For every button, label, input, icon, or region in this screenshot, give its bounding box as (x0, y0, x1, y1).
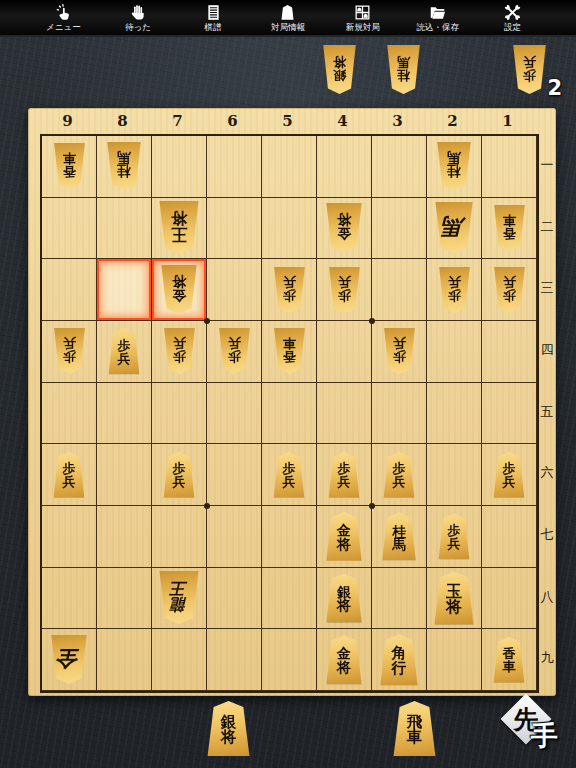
square-9-6[interactable]: 歩兵 (42, 444, 97, 506)
square-9-5[interactable] (42, 383, 97, 445)
square-7-1[interactable] (152, 136, 207, 198)
piece-kanji: 将 (172, 274, 186, 288)
square-7-2[interactable]: 王将 (152, 198, 207, 260)
piece-kanji: 将 (446, 599, 462, 615)
square-5-4[interactable]: 香車 (262, 321, 317, 383)
square-8-3[interactable] (97, 259, 152, 321)
turn-badge-char-2: 手 (531, 718, 558, 754)
star-point (369, 503, 375, 509)
piece-kanji: 車 (503, 214, 516, 227)
toolbar-item-load-save-folder[interactable]: 読込・保存 (408, 3, 468, 32)
lance-piece-gote[interactable]: 香車 (273, 328, 306, 374)
rank-label-2: 二 (538, 196, 556, 258)
piece-kanji: 兵 (283, 275, 296, 288)
square-5-5[interactable] (262, 383, 317, 445)
square-6-2[interactable] (207, 198, 262, 260)
square-8-9[interactable] (97, 629, 152, 691)
piece-kanji: 兵 (173, 476, 186, 489)
load-save-folder-icon (428, 3, 447, 22)
piece-kanji: 馬 (392, 538, 406, 551)
square-8-1[interactable]: 桂馬 (97, 136, 152, 198)
toolbar-item-undo-hand[interactable]: 待った (108, 3, 168, 32)
toolbar-item-new-game-board[interactable]: 新規対局 (333, 3, 393, 32)
square-6-4[interactable]: 歩兵 (207, 321, 262, 383)
piece-kanji: 兵 (393, 476, 406, 489)
file-label-9: 9 (40, 109, 95, 133)
square-9-1[interactable]: 香車 (42, 136, 97, 198)
king-piece-gote[interactable]: 王将 (158, 201, 200, 254)
square-7-6[interactable]: 歩兵 (152, 444, 207, 506)
piece-kanji: 馬 (447, 152, 461, 165)
square-7-9[interactable] (152, 629, 207, 691)
rank-coordinate-labels: 一二三四五六七八九 (538, 134, 556, 689)
pawn-piece-sente[interactable]: 歩兵 (383, 452, 416, 498)
pawn-piece-sente[interactable]: 歩兵 (493, 452, 526, 498)
square-2-5[interactable] (427, 383, 482, 445)
piece-kanji: 行 (392, 661, 407, 676)
square-2-7[interactable]: 歩兵 (427, 506, 482, 568)
square-9-8[interactable] (42, 568, 97, 630)
square-4-2[interactable]: 金将 (317, 198, 372, 260)
square-1-2[interactable]: 香車 (482, 198, 537, 260)
square-4-9[interactable]: 金将 (317, 629, 372, 691)
piece-kanji: 兵 (118, 353, 131, 366)
square-1-4[interactable] (482, 321, 537, 383)
square-6-5[interactable] (207, 383, 262, 445)
square-2-9[interactable] (427, 629, 482, 691)
promoted-bishop-piece-gote[interactable]: 馬 (434, 202, 474, 253)
bishop-piece-sente[interactable]: 角行 (379, 634, 419, 685)
square-3-2[interactable] (372, 198, 427, 260)
square-8-6[interactable] (97, 444, 152, 506)
file-label-4: 4 (315, 109, 370, 133)
piece-kanji: 兵 (63, 337, 76, 350)
square-7-8[interactable]: 龍王 (152, 568, 207, 630)
square-3-5[interactable] (372, 383, 427, 445)
piece-kanji: 香 (63, 165, 76, 178)
square-4-6[interactable]: 歩兵 (317, 444, 372, 506)
game-info-piece-icon (278, 3, 297, 22)
new-game-board-icon (353, 3, 372, 22)
file-label-2: 2 (425, 109, 480, 133)
square-3-1[interactable] (372, 136, 427, 198)
piece-kanji: 王 (171, 226, 187, 242)
gold-piece-sente[interactable]: 金将 (325, 512, 363, 561)
square-6-7[interactable] (207, 506, 262, 568)
toolbar-item-label: メニュー (46, 23, 81, 32)
pawn-piece-gote[interactable]: 歩兵 (163, 328, 196, 374)
square-8-7[interactable] (97, 506, 152, 568)
square-2-2[interactable]: 馬 (427, 198, 482, 260)
pawn-piece-gote[interactable]: 歩兵 (493, 267, 526, 313)
pawn-piece-sente[interactable]: 歩兵 (273, 452, 306, 498)
piece-kanji: 歩 (63, 350, 76, 363)
pawn-piece-gote[interactable]: 歩兵 (273, 267, 306, 313)
pawn-piece-gote[interactable]: 歩兵 (53, 328, 86, 374)
king-piece-sente[interactable]: 玉将 (433, 571, 475, 624)
square-6-6[interactable] (207, 444, 262, 506)
toolbar-item-label: 対局情報 (271, 23, 305, 32)
shogi-board: 987654321 香車桂馬桂馬王将金将馬香車金将歩兵歩兵歩兵歩兵歩兵歩兵歩兵歩… (28, 108, 556, 696)
pawn-piece-sente[interactable]: 歩兵 (53, 452, 86, 498)
knight-piece-gote[interactable]: 桂馬 (436, 142, 472, 190)
toolbar-item-label: 待った (125, 23, 151, 32)
file-label-1: 1 (480, 109, 535, 133)
piece-kanji: 車 (63, 152, 76, 165)
file-label-3: 3 (370, 109, 425, 133)
silver-piece-sente[interactable]: 銀将 (206, 701, 251, 756)
square-7-3[interactable]: 金将 (152, 259, 207, 321)
pawn-piece-gote[interactable]: 歩兵 (328, 267, 361, 313)
square-2-4[interactable] (427, 321, 482, 383)
file-label-8: 8 (95, 109, 150, 133)
rook-piece-sente[interactable]: 飛車 (392, 701, 437, 756)
piece-kanji: 将 (221, 730, 237, 745)
piece-kanji: 香 (503, 226, 516, 239)
square-3-9[interactable]: 角行 (372, 629, 427, 691)
toolbar-item-label: 新規対局 (346, 23, 380, 32)
piece-kanji: 歩 (283, 288, 296, 301)
rank-label-1: 一 (538, 134, 556, 196)
square-1-8[interactable] (482, 568, 537, 630)
piece-kanji: 兵 (503, 275, 516, 288)
shogi-app-screen: メニュー待った棋譜対局情報新規対局読込・保存設定 銀将桂馬歩兵2 9876543… (0, 0, 576, 768)
square-9-2[interactable] (42, 198, 97, 260)
square-7-4[interactable]: 歩兵 (152, 321, 207, 383)
star-point (204, 318, 210, 324)
square-8-4[interactable]: 歩兵 (97, 321, 152, 383)
gote-hand-knight[interactable]: 桂馬 (386, 45, 421, 94)
star-point (369, 318, 375, 324)
piece-kanji: 兵 (503, 476, 516, 489)
lance-piece-sente[interactable]: 香車 (493, 637, 526, 683)
rank-label-4: 四 (538, 319, 556, 381)
square-5-7[interactable] (262, 506, 317, 568)
knight-piece-gote[interactable]: 桂馬 (386, 45, 421, 94)
piece-kanji: 金 (172, 288, 186, 302)
file-label-6: 6 (205, 109, 260, 133)
piece-kanji: 将 (337, 661, 351, 675)
piece-kanji: 馬 (397, 55, 410, 68)
piece-kanji: 車 (283, 337, 296, 350)
square-5-9[interactable] (262, 629, 317, 691)
piece-kanji: 兵 (283, 476, 296, 489)
rank-label-7: 七 (538, 504, 556, 566)
piece-kanji: 兵 (393, 337, 406, 350)
square-4-5[interactable] (317, 383, 372, 445)
square-6-1[interactable] (207, 136, 262, 198)
square-3-3[interactable] (372, 259, 427, 321)
piece-kanji: 龍 (171, 596, 187, 612)
square-5-3[interactable]: 歩兵 (262, 259, 317, 321)
square-2-6[interactable] (427, 444, 482, 506)
piece-kanji: 桂 (117, 165, 131, 178)
silver-piece-gote[interactable]: 銀将 (322, 45, 357, 94)
square-3-7[interactable]: 桂馬 (372, 506, 427, 568)
piece-kanji: 将 (337, 538, 351, 552)
square-8-2[interactable] (97, 198, 152, 260)
piece-kanji: 歩 (173, 350, 186, 363)
square-6-8[interactable] (207, 568, 262, 630)
file-coordinate-labels: 987654321 (40, 109, 535, 133)
gold-piece-gote[interactable]: 金将 (160, 265, 198, 314)
file-label-7: 7 (150, 109, 205, 133)
piece-kanji: 歩 (338, 288, 351, 301)
toolbar-item-label: 読込・保存 (416, 23, 459, 32)
piece-kanji: 兵 (173, 337, 186, 350)
gote-hand-pawn[interactable]: 歩兵2 (512, 45, 547, 94)
sente-hand-rook[interactable]: 飛車 (392, 701, 437, 756)
square-9-7[interactable] (42, 506, 97, 568)
piece-kanji: 香 (283, 350, 296, 363)
square-6-9[interactable] (207, 629, 262, 691)
piece-kanji: 桂 (447, 165, 461, 178)
pawn-piece-gote[interactable]: 歩兵 (438, 267, 471, 313)
piece-kanji: 全 (58, 647, 80, 669)
sente-hand-silver[interactable]: 銀将 (206, 701, 251, 756)
piece-kanji: 兵 (338, 275, 351, 288)
piece-kanji: 歩 (448, 288, 461, 301)
square-2-3[interactable]: 歩兵 (427, 259, 482, 321)
toolbar-item-menu-hand-cursor[interactable]: メニュー (33, 3, 93, 32)
piece-kanji: 将 (337, 213, 351, 227)
square-5-8[interactable] (262, 568, 317, 630)
gote-hand-count: 2 (547, 76, 562, 100)
square-4-4[interactable] (317, 321, 372, 383)
pawn-piece-sente[interactable]: 歩兵 (108, 328, 141, 374)
undo-hand-icon (129, 3, 148, 22)
toolbar-item-game-info-piece[interactable]: 対局情報 (258, 3, 318, 32)
square-4-8[interactable]: 銀将 (317, 568, 372, 630)
square-8-8[interactable] (97, 568, 152, 630)
pawn-piece-sente[interactable]: 歩兵 (438, 513, 471, 559)
piece-kanji: 兵 (63, 476, 76, 489)
promoted-rook-piece-gote[interactable]: 龍王 (158, 571, 200, 624)
rank-label-3: 三 (538, 257, 556, 319)
square-7-7[interactable] (152, 506, 207, 568)
pawn-piece-gote[interactable]: 歩兵 (383, 328, 416, 374)
game-record-icon (204, 3, 223, 22)
toolbar-item-label: 設定 (504, 23, 521, 32)
square-9-3[interactable] (42, 259, 97, 321)
piece-kanji: 歩 (393, 350, 406, 363)
gold-piece-gote[interactable]: 金将 (325, 203, 363, 252)
turn-badge-sente: 先 手 (498, 694, 568, 760)
square-2-1[interactable]: 桂馬 (427, 136, 482, 198)
piece-kanji: 車 (503, 661, 516, 674)
square-8-5[interactable] (97, 383, 152, 445)
piece-kanji: 金 (337, 226, 351, 240)
square-1-1[interactable] (482, 136, 537, 198)
piece-kanji: 兵 (338, 476, 351, 489)
square-4-1[interactable] (317, 136, 372, 198)
square-6-3[interactable] (207, 259, 262, 321)
piece-kanji: 歩 (228, 350, 241, 363)
rank-label-5: 五 (538, 381, 556, 443)
piece-kanji: 将 (337, 599, 351, 613)
piece-kanji: 車 (407, 730, 423, 745)
piece-kanji: 将 (333, 55, 346, 68)
knight-piece-gote[interactable]: 桂馬 (106, 142, 142, 190)
rank-label-9: 九 (538, 627, 556, 689)
settings-wrenches-icon (503, 3, 522, 22)
piece-kanji: 馬 (443, 216, 465, 238)
lance-piece-gote[interactable]: 香車 (493, 205, 526, 251)
board-grid: 香車桂馬桂馬王将金将馬香車金将歩兵歩兵歩兵歩兵歩兵歩兵歩兵歩兵香車歩兵歩兵歩兵歩… (40, 134, 539, 693)
star-point (204, 503, 210, 509)
piece-kanji: 兵 (448, 538, 461, 551)
square-4-7[interactable]: 金将 (317, 506, 372, 568)
square-7-5[interactable] (152, 383, 207, 445)
square-2-8[interactable]: 玉将 (427, 568, 482, 630)
toolbar: メニュー待った棋譜対局情報新規対局読込・保存設定 (0, 0, 576, 37)
gold-piece-sente[interactable]: 金将 (325, 635, 363, 684)
piece-kanji: 兵 (523, 55, 536, 68)
piece-kanji: 馬 (117, 152, 131, 165)
square-3-8[interactable] (372, 568, 427, 630)
square-1-5[interactable] (482, 383, 537, 445)
knight-piece-sente[interactable]: 桂馬 (381, 512, 417, 560)
toolbar-item-label: 棋譜 (205, 23, 222, 32)
square-5-2[interactable] (262, 198, 317, 260)
pawn-piece-gote[interactable]: 歩兵 (512, 45, 547, 94)
square-3-4[interactable]: 歩兵 (372, 321, 427, 383)
square-5-6[interactable]: 歩兵 (262, 444, 317, 506)
promoted-silver-piece-gote[interactable]: 全 (50, 635, 88, 684)
rank-label-8: 八 (538, 566, 556, 628)
gote-hand-silver[interactable]: 銀将 (322, 45, 357, 94)
piece-kanji: 王 (171, 581, 187, 597)
piece-kanji: 兵 (228, 337, 241, 350)
piece-kanji: 兵 (448, 275, 461, 288)
lance-piece-gote[interactable]: 香車 (53, 143, 86, 189)
square-4-3[interactable]: 歩兵 (317, 259, 372, 321)
square-1-9[interactable]: 香車 (482, 629, 537, 691)
square-3-6[interactable]: 歩兵 (372, 444, 427, 506)
square-1-7[interactable] (482, 506, 537, 568)
pawn-piece-sente[interactable]: 歩兵 (163, 452, 196, 498)
square-1-3[interactable]: 歩兵 (482, 259, 537, 321)
square-5-1[interactable] (262, 136, 317, 198)
square-9-9[interactable]: 全 (42, 629, 97, 691)
toolbar-item-settings-wrenches[interactable]: 設定 (482, 3, 542, 32)
silver-piece-sente[interactable]: 銀将 (325, 573, 363, 622)
menu-hand-cursor-icon (54, 3, 73, 22)
rank-label-6: 六 (538, 442, 556, 504)
file-label-5: 5 (260, 109, 315, 133)
piece-kanji: 歩 (503, 288, 516, 301)
piece-kanji: 将 (171, 211, 187, 227)
square-1-6[interactable]: 歩兵 (482, 444, 537, 506)
toolbar-item-game-record[interactable]: 棋譜 (183, 3, 243, 32)
square-9-4[interactable]: 歩兵 (42, 321, 97, 383)
pawn-piece-gote[interactable]: 歩兵 (218, 328, 251, 374)
pawn-piece-sente[interactable]: 歩兵 (328, 452, 361, 498)
